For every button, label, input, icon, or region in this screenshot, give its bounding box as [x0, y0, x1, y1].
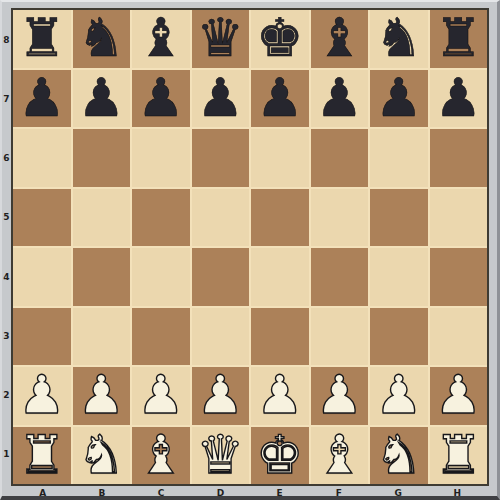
piece-black-pawn[interactable]: ♟	[137, 69, 185, 126]
piece-white-queen[interactable]: ♛	[196, 426, 244, 483]
square-e3[interactable]	[251, 308, 309, 366]
square-d3[interactable]	[192, 308, 250, 366]
piece-white-knight[interactable]: ♞	[77, 426, 125, 483]
square-b6[interactable]	[73, 129, 131, 187]
square-e4[interactable]	[251, 248, 309, 306]
square-f8[interactable]: ♝	[311, 10, 369, 68]
rank-label-7: 7	[2, 69, 11, 128]
file-labels: ABCDEFGH	[13, 487, 487, 498]
square-d6[interactable]	[192, 129, 250, 187]
square-a7[interactable]: ♟	[13, 70, 71, 128]
piece-black-king[interactable]: ♚	[256, 9, 304, 66]
square-d8[interactable]: ♛	[192, 10, 250, 68]
square-h6[interactable]	[430, 129, 488, 187]
square-d2[interactable]: ♟	[192, 367, 250, 425]
square-e8[interactable]: ♚	[251, 10, 309, 68]
square-c1[interactable]: ♝	[132, 427, 190, 485]
piece-black-knight[interactable]: ♞	[375, 9, 423, 66]
square-c3[interactable]	[132, 308, 190, 366]
square-a8[interactable]: ♜	[13, 10, 71, 68]
square-f4[interactable]	[311, 248, 369, 306]
piece-black-queen[interactable]: ♛	[196, 9, 244, 66]
piece-black-bishop[interactable]: ♝	[137, 9, 185, 66]
piece-white-rook[interactable]: ♜	[18, 426, 66, 483]
file-label-D: D	[191, 487, 250, 498]
square-c6[interactable]	[132, 129, 190, 187]
square-h2[interactable]: ♟	[430, 367, 488, 425]
square-e2[interactable]: ♟	[251, 367, 309, 425]
square-a6[interactable]	[13, 129, 71, 187]
square-a5[interactable]	[13, 189, 71, 247]
file-label-C: C	[132, 487, 191, 498]
square-h7[interactable]: ♟	[430, 70, 488, 128]
square-g1[interactable]: ♞	[370, 427, 428, 485]
square-c4[interactable]	[132, 248, 190, 306]
square-a2[interactable]: ♟	[13, 367, 71, 425]
square-g5[interactable]	[370, 189, 428, 247]
piece-white-pawn[interactable]: ♟	[375, 366, 423, 423]
piece-white-bishop[interactable]: ♝	[315, 426, 363, 483]
piece-black-pawn[interactable]: ♟	[77, 69, 125, 126]
square-f7[interactable]: ♟	[311, 70, 369, 128]
square-e1[interactable]: ♚	[251, 427, 309, 485]
square-e5[interactable]	[251, 189, 309, 247]
square-g2[interactable]: ♟	[370, 367, 428, 425]
file-label-A: A	[13, 487, 72, 498]
piece-white-king[interactable]: ♚	[256, 426, 304, 483]
piece-white-pawn[interactable]: ♟	[196, 366, 244, 423]
square-f2[interactable]: ♟	[311, 367, 369, 425]
piece-white-knight[interactable]: ♞	[375, 426, 423, 483]
piece-white-pawn[interactable]: ♟	[315, 366, 363, 423]
square-b7[interactable]: ♟	[73, 70, 131, 128]
square-d5[interactable]	[192, 189, 250, 247]
square-h3[interactable]	[430, 308, 488, 366]
square-h5[interactable]	[430, 189, 488, 247]
piece-white-pawn[interactable]: ♟	[434, 366, 482, 423]
rank-labels: 87654321	[2, 10, 11, 484]
square-d4[interactable]	[192, 248, 250, 306]
rank-label-2: 2	[2, 366, 11, 425]
piece-black-pawn[interactable]: ♟	[196, 69, 244, 126]
square-g3[interactable]	[370, 308, 428, 366]
square-g4[interactable]	[370, 248, 428, 306]
square-g7[interactable]: ♟	[370, 70, 428, 128]
square-h8[interactable]: ♜	[430, 10, 488, 68]
chess-board: ♜♞♝♛♚♝♞♜♟♟♟♟♟♟♟♟♟♟♟♟♟♟♟♟♜♞♝♛♚♝♞♜	[11, 8, 489, 486]
rank-label-5: 5	[2, 188, 11, 247]
rank-label-6: 6	[2, 129, 11, 188]
rank-label-4: 4	[2, 247, 11, 306]
square-g8[interactable]: ♞	[370, 10, 428, 68]
board-grid: ♜♞♝♛♚♝♞♜♟♟♟♟♟♟♟♟♟♟♟♟♟♟♟♟♜♞♝♛♚♝♞♜	[13, 10, 487, 484]
file-label-E: E	[250, 487, 309, 498]
file-label-G: G	[369, 487, 428, 498]
square-c8[interactable]: ♝	[132, 10, 190, 68]
square-b3[interactable]	[73, 308, 131, 366]
square-h4[interactable]	[430, 248, 488, 306]
piece-black-rook[interactable]: ♜	[18, 9, 66, 66]
piece-white-pawn[interactable]: ♟	[256, 366, 304, 423]
square-b1[interactable]: ♞	[73, 427, 131, 485]
piece-white-pawn[interactable]: ♟	[137, 366, 185, 423]
piece-black-rook[interactable]: ♜	[434, 9, 482, 66]
square-f5[interactable]	[311, 189, 369, 247]
square-f6[interactable]	[311, 129, 369, 187]
piece-black-pawn[interactable]: ♟	[315, 69, 363, 126]
piece-white-bishop[interactable]: ♝	[137, 426, 185, 483]
piece-white-rook[interactable]: ♜	[434, 426, 482, 483]
piece-black-pawn[interactable]: ♟	[375, 69, 423, 126]
square-f1[interactable]: ♝	[311, 427, 369, 485]
square-h1[interactable]: ♜	[430, 427, 488, 485]
square-e6[interactable]	[251, 129, 309, 187]
square-e7[interactable]: ♟	[251, 70, 309, 128]
piece-black-pawn[interactable]: ♟	[18, 69, 66, 126]
square-c2[interactable]: ♟	[132, 367, 190, 425]
square-b5[interactable]	[73, 189, 131, 247]
square-b8[interactable]: ♞	[73, 10, 131, 68]
square-a3[interactable]	[13, 308, 71, 366]
square-f3[interactable]	[311, 308, 369, 366]
square-c5[interactable]	[132, 189, 190, 247]
square-b4[interactable]	[73, 248, 131, 306]
file-label-F: F	[309, 487, 368, 498]
square-c7[interactable]: ♟	[132, 70, 190, 128]
square-b2[interactable]: ♟	[73, 367, 131, 425]
rank-label-3: 3	[2, 306, 11, 365]
file-label-H: H	[428, 487, 487, 498]
rank-label-8: 8	[2, 10, 11, 69]
file-label-B: B	[72, 487, 131, 498]
square-d7[interactable]: ♟	[192, 70, 250, 128]
piece-white-pawn[interactable]: ♟	[18, 366, 66, 423]
square-d1[interactable]: ♛	[192, 427, 250, 485]
square-a1[interactable]: ♜	[13, 427, 71, 485]
piece-black-pawn[interactable]: ♟	[256, 69, 304, 126]
square-g6[interactable]	[370, 129, 428, 187]
rank-label-1: 1	[2, 425, 11, 484]
square-a4[interactable]	[13, 248, 71, 306]
piece-black-bishop[interactable]: ♝	[315, 9, 363, 66]
piece-black-pawn[interactable]: ♟	[434, 69, 482, 126]
chess-app-window: ♜♞♝♛♚♝♞♜♟♟♟♟♟♟♟♟♟♟♟♟♟♟♟♟♜♞♝♛♚♝♞♜ 8765432…	[0, 0, 500, 500]
piece-black-knight[interactable]: ♞	[77, 9, 125, 66]
piece-white-pawn[interactable]: ♟	[77, 366, 125, 423]
